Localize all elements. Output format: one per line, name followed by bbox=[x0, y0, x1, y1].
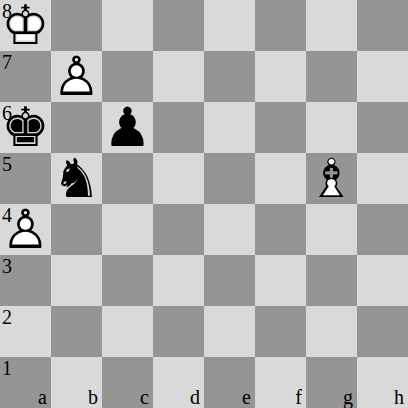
square-f6[interactable] bbox=[255, 102, 306, 153]
square-d3[interactable] bbox=[153, 255, 204, 306]
square-f4[interactable] bbox=[255, 204, 306, 255]
square-a4[interactable]: 4♙ bbox=[0, 204, 51, 255]
file-label-a: a bbox=[38, 387, 47, 407]
white-king[interactable]: ♔ bbox=[1, 0, 49, 53]
square-e7[interactable] bbox=[204, 51, 255, 102]
square-d6[interactable] bbox=[153, 102, 204, 153]
square-e1[interactable]: e bbox=[204, 357, 255, 408]
square-e8[interactable] bbox=[204, 0, 255, 51]
file-label-c: c bbox=[140, 387, 149, 407]
square-b4[interactable] bbox=[51, 204, 102, 255]
square-a5[interactable]: 5 bbox=[0, 153, 51, 204]
square-h8[interactable] bbox=[357, 0, 408, 51]
square-h2[interactable] bbox=[357, 306, 408, 357]
square-b7[interactable]: ♙ bbox=[51, 51, 102, 102]
file-label-f: f bbox=[295, 387, 302, 407]
black-knight[interactable]: ♞ bbox=[52, 152, 100, 206]
black-pawn[interactable]: ♟ bbox=[103, 101, 151, 155]
square-h6[interactable] bbox=[357, 102, 408, 153]
white-bishop[interactable]: ♗ bbox=[307, 152, 355, 206]
square-c2[interactable] bbox=[102, 306, 153, 357]
square-a6[interactable]: 6♚ bbox=[0, 102, 51, 153]
file-label-g: g bbox=[343, 387, 353, 407]
square-d8[interactable] bbox=[153, 0, 204, 51]
square-c5[interactable] bbox=[102, 153, 153, 204]
square-h4[interactable] bbox=[357, 204, 408, 255]
square-a3[interactable]: 3 bbox=[0, 255, 51, 306]
square-g2[interactable] bbox=[306, 306, 357, 357]
square-a8[interactable]: 8♔ bbox=[0, 0, 51, 51]
square-f5[interactable] bbox=[255, 153, 306, 204]
square-g5[interactable]: ♗ bbox=[306, 153, 357, 204]
square-e6[interactable] bbox=[204, 102, 255, 153]
square-d2[interactable] bbox=[153, 306, 204, 357]
square-b1[interactable]: b bbox=[51, 357, 102, 408]
square-d4[interactable] bbox=[153, 204, 204, 255]
square-b6[interactable] bbox=[51, 102, 102, 153]
square-g3[interactable] bbox=[306, 255, 357, 306]
file-label-h: h bbox=[394, 387, 404, 407]
square-e4[interactable] bbox=[204, 204, 255, 255]
square-b3[interactable] bbox=[51, 255, 102, 306]
square-h3[interactable] bbox=[357, 255, 408, 306]
square-b5[interactable]: ♞ bbox=[51, 153, 102, 204]
square-c6[interactable]: ♟ bbox=[102, 102, 153, 153]
square-c8[interactable] bbox=[102, 0, 153, 51]
rank-label-2: 2 bbox=[2, 307, 12, 327]
white-pawn[interactable]: ♙ bbox=[1, 203, 49, 257]
square-a1[interactable]: 1a bbox=[0, 357, 51, 408]
square-g6[interactable] bbox=[306, 102, 357, 153]
square-c3[interactable] bbox=[102, 255, 153, 306]
square-a2[interactable]: 2 bbox=[0, 306, 51, 357]
chess-board: 8♔7♙6♚♟5♞♗4♙321abcdefgh bbox=[0, 0, 408, 408]
square-h5[interactable] bbox=[357, 153, 408, 204]
square-e5[interactable] bbox=[204, 153, 255, 204]
black-king[interactable]: ♚ bbox=[1, 101, 49, 155]
square-d5[interactable] bbox=[153, 153, 204, 204]
square-a7[interactable]: 7 bbox=[0, 51, 51, 102]
rank-label-1: 1 bbox=[2, 358, 12, 378]
square-c7[interactable] bbox=[102, 51, 153, 102]
square-e2[interactable] bbox=[204, 306, 255, 357]
square-c4[interactable] bbox=[102, 204, 153, 255]
square-f2[interactable] bbox=[255, 306, 306, 357]
square-f7[interactable] bbox=[255, 51, 306, 102]
file-label-e: e bbox=[242, 387, 251, 407]
square-g4[interactable] bbox=[306, 204, 357, 255]
square-h1[interactable]: h bbox=[357, 357, 408, 408]
square-e3[interactable] bbox=[204, 255, 255, 306]
file-label-d: d bbox=[190, 387, 200, 407]
file-label-b: b bbox=[88, 387, 98, 407]
square-b2[interactable] bbox=[51, 306, 102, 357]
square-b8[interactable] bbox=[51, 0, 102, 51]
square-g1[interactable]: g bbox=[306, 357, 357, 408]
square-d7[interactable] bbox=[153, 51, 204, 102]
square-d1[interactable]: d bbox=[153, 357, 204, 408]
square-g7[interactable] bbox=[306, 51, 357, 102]
square-f3[interactable] bbox=[255, 255, 306, 306]
square-f1[interactable]: f bbox=[255, 357, 306, 408]
square-h7[interactable] bbox=[357, 51, 408, 102]
square-g8[interactable] bbox=[306, 0, 357, 51]
square-c1[interactable]: c bbox=[102, 357, 153, 408]
white-pawn[interactable]: ♙ bbox=[52, 50, 100, 104]
square-f8[interactable] bbox=[255, 0, 306, 51]
